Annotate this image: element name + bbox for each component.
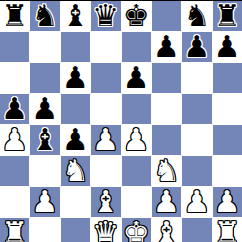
square-b1[interactable] <box>30 218 59 242</box>
square-f3[interactable]: ♞ <box>152 156 181 186</box>
piece-black-pawn: ♟ <box>153 32 180 62</box>
square-c7[interactable] <box>61 32 90 62</box>
square-e5[interactable] <box>122 94 151 124</box>
piece-black-rook: ♜ <box>1 1 28 31</box>
square-h4[interactable] <box>213 125 242 155</box>
piece-white-pawn: ♟ <box>92 125 119 155</box>
square-d5[interactable] <box>91 94 120 124</box>
square-d8[interactable]: ♛ <box>91 1 120 31</box>
piece-white-pawn: ♟ <box>32 187 59 217</box>
square-b6[interactable] <box>30 63 59 93</box>
piece-black-pawn: ♟ <box>62 63 89 93</box>
square-g5[interactable] <box>182 94 211 124</box>
square-f4[interactable] <box>152 125 181 155</box>
square-d7[interactable] <box>91 32 120 62</box>
piece-white-pawn: ♟ <box>214 187 241 217</box>
square-h8[interactable]: ♜ <box>213 1 242 31</box>
piece-white-bishop: ♝ <box>92 187 119 217</box>
square-e6[interactable]: ♟ <box>122 63 151 93</box>
piece-white-knight: ♞ <box>62 156 89 186</box>
square-g7[interactable]: ♟ <box>182 32 211 62</box>
piece-black-pawn: ♟ <box>123 63 150 93</box>
square-b5[interactable]: ♟ <box>30 94 59 124</box>
piece-black-rook: ♜ <box>214 1 241 31</box>
square-b2[interactable]: ♟ <box>30 187 59 217</box>
chess-board-frame: ♜♞♝♛♚♞♜♟♟♟♟♟♟♟♟♝♟♟♟♞♞♟♝♟♟♟♜♛♚♝♜ <box>0 0 242 242</box>
square-b4[interactable]: ♝ <box>30 125 59 155</box>
square-a1[interactable]: ♜ <box>0 218 29 242</box>
square-b3[interactable] <box>30 156 59 186</box>
chess-board: ♜♞♝♛♚♞♜♟♟♟♟♟♟♟♟♝♟♟♟♞♞♟♝♟♟♟♜♛♚♝♜ <box>0 1 242 242</box>
square-a4[interactable]: ♟ <box>0 125 29 155</box>
square-e3[interactable] <box>122 156 151 186</box>
square-e8[interactable]: ♚ <box>122 1 151 31</box>
square-f1[interactable]: ♝ <box>152 218 181 242</box>
square-h6[interactable] <box>213 63 242 93</box>
piece-black-bishop: ♝ <box>32 125 59 155</box>
square-h1[interactable]: ♜ <box>213 218 242 242</box>
piece-white-knight: ♞ <box>153 156 180 186</box>
piece-white-pawn: ♟ <box>153 187 180 217</box>
square-g3[interactable] <box>182 156 211 186</box>
piece-black-pawn: ♟ <box>183 32 210 62</box>
square-h7[interactable]: ♟ <box>213 32 242 62</box>
square-d6[interactable] <box>91 63 120 93</box>
piece-black-knight: ♞ <box>183 1 210 31</box>
square-c6[interactable]: ♟ <box>61 63 90 93</box>
square-a3[interactable] <box>0 156 29 186</box>
piece-black-pawn: ♟ <box>1 94 28 124</box>
square-a8[interactable]: ♜ <box>0 1 29 31</box>
square-e2[interactable] <box>122 187 151 217</box>
piece-black-knight: ♞ <box>32 1 59 31</box>
piece-white-bishop: ♝ <box>153 218 180 242</box>
square-g6[interactable] <box>182 63 211 93</box>
square-b7[interactable] <box>30 32 59 62</box>
piece-white-pawn: ♟ <box>183 187 210 217</box>
square-g2[interactable]: ♟ <box>182 187 211 217</box>
square-d2[interactable]: ♝ <box>91 187 120 217</box>
square-b8[interactable]: ♞ <box>30 1 59 31</box>
square-d4[interactable]: ♟ <box>91 125 120 155</box>
square-h5[interactable] <box>213 94 242 124</box>
square-c3[interactable]: ♞ <box>61 156 90 186</box>
square-a6[interactable] <box>0 63 29 93</box>
square-c4[interactable]: ♟ <box>61 125 90 155</box>
square-a2[interactable] <box>0 187 29 217</box>
piece-black-pawn: ♟ <box>62 125 89 155</box>
square-a5[interactable]: ♟ <box>0 94 29 124</box>
piece-white-pawn: ♟ <box>1 125 28 155</box>
square-e1[interactable]: ♚ <box>122 218 151 242</box>
piece-white-king: ♚ <box>123 218 150 242</box>
square-d1[interactable]: ♛ <box>91 218 120 242</box>
piece-black-bishop: ♝ <box>62 1 89 31</box>
square-f8[interactable] <box>152 1 181 31</box>
square-g4[interactable] <box>182 125 211 155</box>
square-c8[interactable]: ♝ <box>61 1 90 31</box>
square-g1[interactable] <box>182 218 211 242</box>
square-h3[interactable] <box>213 156 242 186</box>
square-h2[interactable]: ♟ <box>213 187 242 217</box>
square-f2[interactable]: ♟ <box>152 187 181 217</box>
square-e4[interactable]: ♟ <box>122 125 151 155</box>
piece-black-pawn: ♟ <box>32 94 59 124</box>
piece-white-queen: ♛ <box>92 218 119 242</box>
square-c1[interactable] <box>61 218 90 242</box>
square-c5[interactable] <box>61 94 90 124</box>
piece-white-pawn: ♟ <box>123 125 150 155</box>
piece-black-pawn: ♟ <box>214 32 241 62</box>
square-f5[interactable] <box>152 94 181 124</box>
square-d3[interactable] <box>91 156 120 186</box>
piece-white-rook: ♜ <box>214 218 241 242</box>
square-g8[interactable]: ♞ <box>182 1 211 31</box>
square-f7[interactable]: ♟ <box>152 32 181 62</box>
square-f6[interactable] <box>152 63 181 93</box>
square-c2[interactable] <box>61 187 90 217</box>
piece-white-rook: ♜ <box>1 218 28 242</box>
square-e7[interactable] <box>122 32 151 62</box>
piece-black-queen: ♛ <box>92 1 119 31</box>
square-a7[interactable] <box>0 32 29 62</box>
piece-black-king: ♚ <box>123 1 150 31</box>
